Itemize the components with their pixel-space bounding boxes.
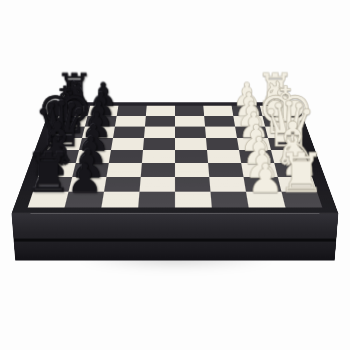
chess-board-grid [28,106,323,208]
black-rook: ♜ [48,68,102,111]
board-square [72,163,109,177]
board-square [175,106,204,116]
board-square [38,163,76,177]
board-square [145,116,175,127]
board-square [246,192,285,208]
board-square [138,192,175,208]
board-square [210,192,248,208]
board-square [271,150,307,163]
white-knight: ♞ [251,75,306,121]
board-square [265,127,299,138]
board-square [69,177,107,192]
board-square [205,127,237,138]
board-square [33,177,72,192]
board-square [268,138,303,150]
board-square [203,106,233,116]
board-square [260,106,292,116]
board-square [141,163,175,177]
board-square [51,127,85,138]
board-square [207,150,241,163]
board-square [107,163,142,177]
board-square [101,192,139,208]
board-square [58,106,90,116]
board-square [109,150,143,163]
board-square [43,150,79,163]
board-square [76,150,111,163]
product-photo-scene: ♜♟♟♜♞♟♟♞♝♟♟♝♚♟♟♚♛♟♟♛♝♟♟♝♞♟♟♞♜♟♟♜ [0,0,350,350]
board-square [281,192,322,208]
board-square [47,138,82,150]
board-square [175,177,210,192]
board-square [85,116,117,127]
board-square [115,116,146,127]
chess-board-case: ♜♟♟♜♞♟♟♞♝♟♟♝♚♟♟♚♛♟♟♛♝♟♟♝♞♟♟♞♜♟♟♜ [12,102,339,214]
board-square [206,138,239,150]
board-square [209,177,246,192]
board-square [274,163,312,177]
board-square [82,127,115,138]
white-rook: ♜ [249,68,303,111]
board-square [140,177,175,192]
board-square [104,177,141,192]
board-square [28,192,69,208]
board-square [79,138,113,150]
board-square [239,150,274,163]
board-square [143,138,175,150]
board-square [111,138,144,150]
board-square [175,127,206,138]
board-square [175,138,207,150]
board-square [175,192,212,208]
case-lid-seam [14,239,337,242]
board-square [175,163,209,177]
board-square [262,116,295,127]
board-square [241,163,278,177]
case-front-panel [12,214,339,261]
board-square [243,177,281,192]
board-square [142,150,175,163]
board-square [232,106,263,116]
board-square [235,127,268,138]
board-square [278,177,317,192]
board-square [55,116,88,127]
board-square [237,138,271,150]
board-square [146,106,175,116]
board-square [233,116,265,127]
board-square [113,127,145,138]
board-square [204,116,235,127]
board-square [175,116,205,127]
board-square [88,106,119,116]
board-square [144,127,175,138]
black-knight: ♞ [44,75,99,121]
board-square [117,106,147,116]
board-square [208,163,243,177]
board-square [175,150,208,163]
board-square [65,192,104,208]
